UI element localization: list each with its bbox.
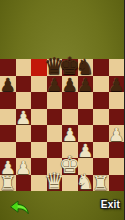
square-b6[interactable]: [16, 92, 32, 109]
chess-board: ♛♚♞♟♟♟♟♟♟♟♟♟♟♟♚♜♛♞♜: [0, 59, 124, 191]
square-c3[interactable]: [31, 142, 47, 159]
square-g8[interactable]: [93, 59, 109, 76]
square-e4[interactable]: ♟: [62, 125, 78, 142]
square-f7[interactable]: ♟: [78, 76, 94, 93]
square-g3[interactable]: [93, 142, 109, 159]
square-g5[interactable]: [93, 109, 109, 126]
square-e8[interactable]: ♚: [62, 59, 78, 76]
square-h6[interactable]: [109, 92, 125, 109]
square-c1[interactable]: [31, 175, 47, 192]
piece-white-rook: ♜: [0, 173, 17, 193]
square-b8[interactable]: [16, 59, 32, 76]
square-d5[interactable]: [47, 109, 63, 126]
square-b1[interactable]: [16, 175, 32, 192]
square-b7[interactable]: [16, 76, 32, 93]
square-c7[interactable]: [31, 76, 47, 93]
bottom-toolbar: Exit: [0, 191, 124, 220]
square-a2[interactable]: ♟: [0, 158, 16, 175]
square-d4[interactable]: [47, 125, 63, 142]
square-a8[interactable]: [0, 59, 16, 76]
square-h4[interactable]: ♟: [109, 125, 125, 142]
piece-white-knight: ♞: [76, 172, 95, 193]
piece-black-knight: ♞: [76, 57, 95, 78]
square-f1[interactable]: ♞: [78, 175, 94, 192]
square-d3[interactable]: [47, 142, 63, 159]
square-d6[interactable]: [47, 92, 63, 109]
square-a5[interactable]: [0, 109, 16, 126]
square-f2[interactable]: [78, 158, 94, 175]
square-a6[interactable]: [0, 92, 16, 109]
piece-white-rook: ♜: [92, 173, 110, 193]
square-b5[interactable]: ♟: [16, 109, 32, 126]
square-d1[interactable]: ♛: [47, 175, 63, 192]
square-h7[interactable]: ♟: [109, 76, 125, 93]
square-g4[interactable]: [93, 125, 109, 142]
square-f4[interactable]: [78, 125, 94, 142]
square-f6[interactable]: [78, 92, 94, 109]
square-f3[interactable]: ♟: [78, 142, 94, 159]
square-c4[interactable]: [31, 125, 47, 142]
square-b3[interactable]: [16, 142, 32, 159]
square-h8[interactable]: [109, 59, 125, 76]
square-h1[interactable]: [109, 175, 125, 192]
square-b4[interactable]: [16, 125, 32, 142]
square-g1[interactable]: ♜: [93, 175, 109, 192]
square-c5[interactable]: [31, 109, 47, 126]
square-c2[interactable]: [31, 158, 47, 175]
square-d8[interactable]: ♛: [47, 59, 63, 76]
undo-arrow-icon[interactable]: [9, 200, 30, 215]
square-e3[interactable]: [62, 142, 78, 159]
square-e2[interactable]: ♚: [62, 158, 78, 175]
square-e1[interactable]: [62, 175, 78, 192]
square-a1[interactable]: ♜: [0, 175, 16, 192]
square-d7[interactable]: ♟: [47, 76, 63, 93]
square-h3[interactable]: [109, 142, 125, 159]
square-c6[interactable]: [31, 92, 47, 109]
square-f8[interactable]: ♞: [78, 59, 94, 76]
square-b2[interactable]: ♟: [16, 158, 32, 175]
square-h2[interactable]: [109, 158, 125, 175]
exit-button[interactable]: Exit: [101, 199, 120, 210]
square-d2[interactable]: [47, 158, 63, 175]
square-g7[interactable]: [93, 76, 109, 93]
square-c8[interactable]: [31, 59, 47, 76]
square-g6[interactable]: [93, 92, 109, 109]
square-e5[interactable]: [62, 109, 78, 126]
square-g2[interactable]: [93, 158, 109, 175]
square-h5[interactable]: [109, 109, 125, 126]
square-a3[interactable]: [0, 142, 16, 159]
square-a4[interactable]: [0, 125, 16, 142]
square-f5[interactable]: [78, 109, 94, 126]
square-e7[interactable]: ♟: [62, 76, 78, 93]
square-a7[interactable]: ♟: [0, 76, 16, 93]
chess-app-screen: ♛♚♞♟♟♟♟♟♟♟♟♟♟♟♚♜♛♞♜ Exit: [0, 0, 124, 220]
square-e6[interactable]: [62, 92, 78, 109]
